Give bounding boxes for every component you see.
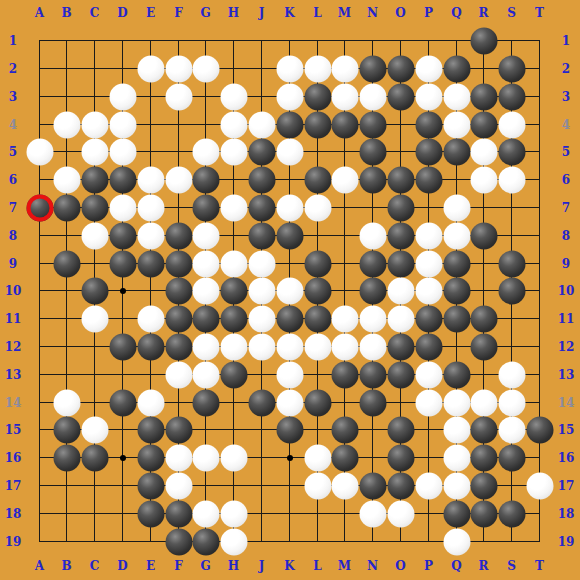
stone-white-D7[interactable] (109, 194, 136, 221)
stone-black-O7[interactable] (387, 194, 414, 221)
stone-white-G16[interactable] (192, 444, 219, 471)
stone-white-M17[interactable] (331, 472, 358, 499)
coord-label-top-O: O (395, 6, 405, 20)
stone-white-P17[interactable] (415, 472, 442, 499)
stone-white-H3[interactable] (220, 83, 247, 110)
coord-label-bottom-G: G (200, 559, 210, 573)
coord-label-top-K: K (284, 6, 294, 20)
stone-black-H13[interactable] (220, 361, 247, 388)
stone-white-G12[interactable] (192, 333, 219, 360)
stone-white-G13[interactable] (192, 361, 219, 388)
stone-black-O6[interactable] (387, 166, 414, 193)
star-point (120, 288, 126, 294)
stone-black-Q2[interactable] (443, 55, 470, 82)
stone-black-R15[interactable] (470, 416, 497, 443)
stone-black-N4[interactable] (359, 111, 386, 138)
stone-black-O3[interactable] (387, 83, 414, 110)
stone-black-N2[interactable] (359, 55, 386, 82)
stone-black-S16[interactable] (498, 444, 525, 471)
stone-white-D5[interactable] (109, 138, 136, 165)
stone-black-E16[interactable] (137, 444, 164, 471)
stone-black-E12[interactable] (137, 333, 164, 360)
coord-label-left-9: 9 (9, 257, 17, 271)
stone-black-R18[interactable] (470, 500, 497, 527)
stone-white-G18[interactable] (192, 500, 219, 527)
stone-white-K12[interactable] (276, 333, 303, 360)
coord-label-right-4: 4 (562, 118, 570, 132)
stone-white-J11[interactable] (248, 305, 275, 332)
coord-label-left-13: 13 (5, 368, 22, 382)
stone-black-K4[interactable] (276, 111, 303, 138)
coord-label-left-7: 7 (9, 201, 17, 215)
stone-white-N11[interactable] (359, 305, 386, 332)
stone-black-O8[interactable] (387, 222, 414, 249)
stone-white-H12[interactable] (220, 333, 247, 360)
stone-black-P5[interactable] (415, 138, 442, 165)
coord-label-bottom-Q: Q (451, 559, 461, 573)
coord-label-left-19: 19 (5, 535, 22, 549)
stone-black-N9[interactable] (359, 250, 386, 277)
stone-black-T15[interactable] (526, 416, 553, 443)
stone-black-G11[interactable] (192, 305, 219, 332)
star-point (287, 455, 293, 461)
stone-white-E7[interactable] (137, 194, 164, 221)
coord-label-top-A: A (35, 6, 44, 20)
stone-black-D8[interactable] (109, 222, 136, 249)
coord-label-bottom-R: R (479, 559, 489, 573)
coord-label-left-11: 11 (5, 312, 22, 326)
coord-label-bottom-N: N (367, 559, 378, 573)
coord-label-top-T: T (535, 6, 544, 20)
stone-black-L9[interactable] (304, 250, 331, 277)
coord-label-top-S: S (507, 6, 516, 20)
stone-black-F11[interactable] (165, 305, 192, 332)
stone-white-E6[interactable] (137, 166, 164, 193)
stone-white-M12[interactable] (331, 333, 358, 360)
coord-label-right-2: 2 (562, 62, 570, 76)
stone-white-H4[interactable] (220, 111, 247, 138)
stone-black-Q18[interactable] (443, 500, 470, 527)
stone-black-C10[interactable] (81, 277, 108, 304)
coord-label-left-3: 3 (9, 90, 17, 104)
coord-label-left-10: 10 (5, 284, 22, 298)
stone-white-N12[interactable] (359, 333, 386, 360)
coord-label-bottom-H: H (228, 559, 239, 573)
coord-label-bottom-C: C (90, 559, 100, 573)
stone-black-F9[interactable] (165, 250, 192, 277)
stone-black-R8[interactable] (470, 222, 497, 249)
coord-label-left-12: 12 (5, 340, 22, 354)
stone-black-G7[interactable] (192, 194, 219, 221)
coord-label-top-Q: Q (451, 6, 461, 20)
stone-white-R6[interactable] (470, 166, 497, 193)
stone-black-P11[interactable] (415, 305, 442, 332)
stone-black-L4[interactable] (304, 111, 331, 138)
stone-white-F2[interactable] (165, 55, 192, 82)
coord-label-left-16: 16 (5, 451, 22, 465)
coord-label-bottom-M: M (338, 559, 351, 573)
coord-label-top-J: J (259, 6, 265, 20)
stone-white-M2[interactable] (331, 55, 358, 82)
stone-white-G2[interactable] (192, 55, 219, 82)
stone-white-D4[interactable] (109, 111, 136, 138)
coord-label-top-M: M (338, 6, 351, 20)
stone-black-O15[interactable] (387, 416, 414, 443)
stone-white-C8[interactable] (81, 222, 108, 249)
stone-black-O9[interactable] (387, 250, 414, 277)
stone-white-Q15[interactable] (443, 416, 470, 443)
stone-white-C5[interactable] (81, 138, 108, 165)
stone-black-R4[interactable] (470, 111, 497, 138)
coord-label-left-5: 5 (9, 145, 17, 159)
stone-black-F15[interactable] (165, 416, 192, 443)
stone-black-E9[interactable] (137, 250, 164, 277)
stone-white-L16[interactable] (304, 444, 331, 471)
coord-label-right-15: 15 (558, 423, 575, 437)
coord-label-bottom-S: S (507, 559, 516, 573)
stone-white-K3[interactable] (276, 83, 303, 110)
stone-black-N5[interactable] (359, 138, 386, 165)
coord-label-top-G: G (200, 6, 210, 20)
stone-white-H7[interactable] (220, 194, 247, 221)
stone-black-E15[interactable] (137, 416, 164, 443)
stone-white-O10[interactable] (387, 277, 414, 304)
stone-white-H18[interactable] (220, 500, 247, 527)
stone-white-H9[interactable] (220, 250, 247, 277)
coord-label-left-1: 1 (9, 34, 17, 48)
stone-white-D3[interactable] (109, 83, 136, 110)
stone-white-J12[interactable] (248, 333, 275, 360)
coord-label-left-17: 17 (5, 479, 22, 493)
stone-white-R14[interactable] (470, 389, 497, 416)
coord-label-top-N: N (367, 6, 378, 20)
stone-black-R12[interactable] (470, 333, 497, 360)
coord-label-top-H: H (228, 6, 239, 20)
coord-label-bottom-L: L (313, 559, 321, 573)
stone-white-Q19[interactable] (443, 528, 470, 555)
stone-black-G19[interactable] (192, 528, 219, 555)
stone-white-M11[interactable] (331, 305, 358, 332)
stone-white-E2[interactable] (137, 55, 164, 82)
stone-white-M3[interactable] (331, 83, 358, 110)
coord-label-right-3: 3 (562, 90, 570, 104)
stone-white-P14[interactable] (415, 389, 442, 416)
stone-white-H19[interactable] (220, 528, 247, 555)
stone-white-K5[interactable] (276, 138, 303, 165)
coord-label-left-15: 15 (5, 423, 22, 437)
coord-label-bottom-F: F (174, 559, 183, 573)
stone-white-F6[interactable] (165, 166, 192, 193)
stone-black-F18[interactable] (165, 500, 192, 527)
stone-white-T17[interactable] (526, 472, 553, 499)
star-point (120, 455, 126, 461)
coord-label-right-11: 11 (558, 312, 575, 326)
stone-black-Q10[interactable] (443, 277, 470, 304)
stone-white-Q3[interactable] (443, 83, 470, 110)
stone-black-O13[interactable] (387, 361, 414, 388)
stone-black-M16[interactable] (331, 444, 358, 471)
stone-black-N17[interactable] (359, 472, 386, 499)
stone-black-O16[interactable] (387, 444, 414, 471)
stone-black-J7[interactable] (248, 194, 275, 221)
stone-black-L14[interactable] (304, 389, 331, 416)
stone-white-L17[interactable] (304, 472, 331, 499)
stone-black-R17[interactable] (470, 472, 497, 499)
stone-white-J9[interactable] (248, 250, 275, 277)
coord-label-right-19: 19 (558, 535, 575, 549)
stone-black-R1[interactable] (470, 27, 497, 54)
coord-label-top-B: B (61, 6, 71, 20)
coord-label-right-16: 16 (558, 451, 575, 465)
stone-black-S3[interactable] (498, 83, 525, 110)
coord-label-left-18: 18 (5, 507, 22, 521)
stone-black-L3[interactable] (304, 83, 331, 110)
grid-line-vertical (39, 40, 40, 542)
stone-black-K11[interactable] (276, 305, 303, 332)
stone-black-G14[interactable] (192, 389, 219, 416)
stone-white-S14[interactable] (498, 389, 525, 416)
coord-label-top-E: E (146, 6, 155, 20)
stone-black-D14[interactable] (109, 389, 136, 416)
stone-black-J6[interactable] (248, 166, 275, 193)
coord-label-right-13: 13 (558, 368, 575, 382)
grid-line-vertical (539, 40, 540, 542)
stone-white-G10[interactable] (192, 277, 219, 304)
coord-label-bottom-D: D (117, 559, 127, 573)
coord-label-right-7: 7 (562, 201, 570, 215)
stone-black-M13[interactable] (331, 361, 358, 388)
stone-black-K15[interactable] (276, 416, 303, 443)
stone-black-R16[interactable] (470, 444, 497, 471)
stone-black-E18[interactable] (137, 500, 164, 527)
stone-black-J8[interactable] (248, 222, 275, 249)
stone-black-Q5[interactable] (443, 138, 470, 165)
stone-black-E17[interactable] (137, 472, 164, 499)
stone-white-E14[interactable] (137, 389, 164, 416)
stone-white-H5[interactable] (220, 138, 247, 165)
coord-label-top-F: F (174, 6, 183, 20)
stone-white-G9[interactable] (192, 250, 219, 277)
stone-black-C6[interactable] (81, 166, 108, 193)
stone-white-F17[interactable] (165, 472, 192, 499)
stone-black-M4[interactable] (331, 111, 358, 138)
stone-white-Q14[interactable] (443, 389, 470, 416)
stone-white-K14[interactable] (276, 389, 303, 416)
coord-label-right-18: 18 (558, 507, 575, 521)
stone-black-R3[interactable] (470, 83, 497, 110)
coord-label-right-5: 5 (562, 145, 570, 159)
coord-label-right-8: 8 (562, 229, 570, 243)
coord-label-right-10: 10 (558, 284, 575, 298)
stone-white-N18[interactable] (359, 500, 386, 527)
stone-white-Q8[interactable] (443, 222, 470, 249)
coord-label-top-C: C (90, 6, 100, 20)
stone-black-J5[interactable] (248, 138, 275, 165)
stone-black-P12[interactable] (415, 333, 442, 360)
stone-black-C16[interactable] (81, 444, 108, 471)
coord-label-left-8: 8 (9, 229, 17, 243)
stone-black-S5[interactable] (498, 138, 525, 165)
coord-label-top-D: D (117, 6, 127, 20)
stone-black-S9[interactable] (498, 250, 525, 277)
stone-white-N3[interactable] (359, 83, 386, 110)
stone-black-D6[interactable] (109, 166, 136, 193)
stone-white-M6[interactable] (331, 166, 358, 193)
stone-white-L2[interactable] (304, 55, 331, 82)
stone-white-O11[interactable] (387, 305, 414, 332)
stone-black-R11[interactable] (470, 305, 497, 332)
stone-white-B4[interactable] (53, 111, 80, 138)
stone-black-F19[interactable] (165, 528, 192, 555)
stone-white-R5[interactable] (470, 138, 497, 165)
stone-white-S4[interactable] (498, 111, 525, 138)
stone-white-S15[interactable] (498, 416, 525, 443)
coord-label-right-17: 17 (558, 479, 575, 493)
coord-label-bottom-J: J (259, 559, 265, 573)
stone-black-B9[interactable] (53, 250, 80, 277)
stone-white-L7[interactable] (304, 194, 331, 221)
stone-black-F8[interactable] (165, 222, 192, 249)
coord-label-left-4: 4 (9, 118, 17, 132)
stone-white-J10[interactable] (248, 277, 275, 304)
stone-black-J14[interactable] (248, 389, 275, 416)
stone-black-O17[interactable] (387, 472, 414, 499)
stone-black-B7[interactable] (53, 194, 80, 221)
coord-label-bottom-A: A (35, 559, 44, 573)
stone-white-A5[interactable] (26, 138, 53, 165)
stone-black-N14[interactable] (359, 389, 386, 416)
stone-white-S6[interactable] (498, 166, 525, 193)
stone-white-Q7[interactable] (443, 194, 470, 221)
stone-black-B16[interactable] (53, 444, 80, 471)
coord-label-right-9: 9 (562, 257, 570, 271)
stone-black-O12[interactable] (387, 333, 414, 360)
stone-black-O2[interactable] (387, 55, 414, 82)
coord-label-bottom-P: P (424, 559, 433, 573)
stone-black-Q13[interactable] (443, 361, 470, 388)
stone-white-K10[interactable] (276, 277, 303, 304)
stone-black-K8[interactable] (276, 222, 303, 249)
stone-white-G8[interactable] (192, 222, 219, 249)
coord-label-top-P: P (424, 6, 433, 20)
stone-black-F12[interactable] (165, 333, 192, 360)
stone-white-Q4[interactable] (443, 111, 470, 138)
coord-label-left-2: 2 (9, 62, 17, 76)
coord-label-bottom-T: T (535, 559, 544, 573)
stone-black-N10[interactable] (359, 277, 386, 304)
stone-black-C7[interactable] (81, 194, 108, 221)
stone-white-F13[interactable] (165, 361, 192, 388)
stone-white-H16[interactable] (220, 444, 247, 471)
stone-white-F3[interactable] (165, 83, 192, 110)
stone-white-F16[interactable] (165, 444, 192, 471)
coord-label-bottom-O: O (395, 559, 405, 573)
stone-white-L12[interactable] (304, 333, 331, 360)
coord-label-bottom-B: B (61, 559, 71, 573)
stone-black-D12[interactable] (109, 333, 136, 360)
stone-black-S10[interactable] (498, 277, 525, 304)
stone-white-J4[interactable] (248, 111, 275, 138)
stone-black-N13[interactable] (359, 361, 386, 388)
stone-white-K2[interactable] (276, 55, 303, 82)
stone-white-E11[interactable] (137, 305, 164, 332)
coord-label-left-6: 6 (9, 173, 17, 187)
coord-label-top-L: L (313, 6, 321, 20)
stone-white-O18[interactable] (387, 500, 414, 527)
stone-black-L6[interactable] (304, 166, 331, 193)
stone-black-L11[interactable] (304, 305, 331, 332)
stone-black-P6[interactable] (415, 166, 442, 193)
coord-label-left-14: 14 (5, 396, 22, 410)
stone-white-K13[interactable] (276, 361, 303, 388)
stone-white-B14[interactable] (53, 389, 80, 416)
stone-white-Q17[interactable] (443, 472, 470, 499)
stone-black-B15[interactable] (53, 416, 80, 443)
stone-black-F10[interactable] (165, 277, 192, 304)
coord-label-right-6: 6 (562, 173, 570, 187)
stone-white-C4[interactable] (81, 111, 108, 138)
stone-black-L10[interactable] (304, 277, 331, 304)
stone-white-K7[interactable] (276, 194, 303, 221)
stone-white-B6[interactable] (53, 166, 80, 193)
stone-black-N6[interactable] (359, 166, 386, 193)
stone-black-A7[interactable] (26, 194, 53, 221)
coord-label-top-R: R (479, 6, 489, 20)
stone-white-S13[interactable] (498, 361, 525, 388)
stone-black-S2[interactable] (498, 55, 525, 82)
coord-label-bottom-K: K (284, 559, 294, 573)
coord-label-right-14: 14 (558, 396, 575, 410)
stone-black-Q11[interactable] (443, 305, 470, 332)
stone-white-P10[interactable] (415, 277, 442, 304)
stone-white-G5[interactable] (192, 138, 219, 165)
stone-white-P2[interactable] (415, 55, 442, 82)
stone-black-H10[interactable] (220, 277, 247, 304)
stone-black-M15[interactable] (331, 416, 358, 443)
go-board[interactable]: AA11BB22CC33DD44EE55FF66GG77HH88JJ99KK10… (0, 0, 580, 580)
stone-black-P4[interactable] (415, 111, 442, 138)
stone-black-H11[interactable] (220, 305, 247, 332)
stone-white-C11[interactable] (81, 305, 108, 332)
coord-label-right-12: 12 (558, 340, 575, 354)
stone-black-G6[interactable] (192, 166, 219, 193)
coord-label-bottom-E: E (146, 559, 155, 573)
stone-black-Q9[interactable] (443, 250, 470, 277)
coord-label-right-1: 1 (562, 34, 570, 48)
stone-white-P9[interactable] (415, 250, 442, 277)
stone-white-C15[interactable] (81, 416, 108, 443)
stone-black-D9[interactable] (109, 250, 136, 277)
stone-white-N8[interactable] (359, 222, 386, 249)
stone-white-E8[interactable] (137, 222, 164, 249)
stone-white-Q16[interactable] (443, 444, 470, 471)
stone-white-P3[interactable] (415, 83, 442, 110)
stone-black-S18[interactable] (498, 500, 525, 527)
stone-white-P13[interactable] (415, 361, 442, 388)
stone-white-P8[interactable] (415, 222, 442, 249)
